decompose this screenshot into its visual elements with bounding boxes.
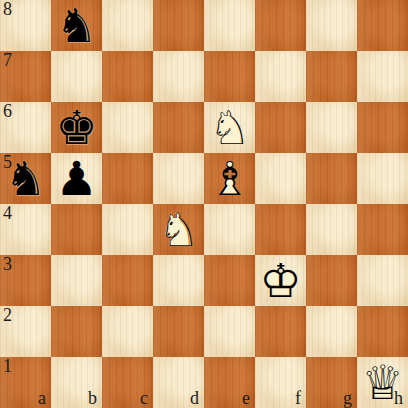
square-c1[interactable]: c xyxy=(102,357,153,408)
black-king-b6[interactable]: ♚ xyxy=(51,102,102,153)
white-bishop-e5[interactable]: ♝♗ xyxy=(204,153,255,204)
rank-label-7: 7 xyxy=(3,51,12,71)
square-g3[interactable] xyxy=(306,255,357,306)
square-h4[interactable] xyxy=(357,204,408,255)
black-pawn-b5[interactable]: ♟ xyxy=(51,153,102,204)
square-b5[interactable]: ♟ xyxy=(51,153,102,204)
square-a4[interactable]: 4 xyxy=(0,204,51,255)
square-f7[interactable] xyxy=(255,51,306,102)
file-label-f: f xyxy=(295,389,301,407)
rank-label-6: 6 xyxy=(3,102,12,122)
square-b6[interactable]: ♚ xyxy=(51,102,102,153)
square-e7[interactable] xyxy=(204,51,255,102)
file-label-g: g xyxy=(343,389,352,407)
square-d6[interactable] xyxy=(153,102,204,153)
file-label-h: h xyxy=(394,389,403,407)
square-d2[interactable] xyxy=(153,306,204,357)
square-h5[interactable] xyxy=(357,153,408,204)
rank-label-4: 4 xyxy=(3,204,12,224)
square-d1[interactable]: d xyxy=(153,357,204,408)
square-f8[interactable] xyxy=(255,0,306,51)
file-label-b: b xyxy=(88,389,97,407)
square-a8[interactable]: 8 xyxy=(0,0,51,51)
square-h1[interactable]: h♛♕ xyxy=(357,357,408,408)
rank-label-3: 3 xyxy=(3,255,12,275)
square-d5[interactable] xyxy=(153,153,204,204)
square-b2[interactable] xyxy=(51,306,102,357)
square-b1[interactable]: b xyxy=(51,357,102,408)
square-g2[interactable] xyxy=(306,306,357,357)
square-c6[interactable] xyxy=(102,102,153,153)
file-label-a: a xyxy=(38,389,46,407)
square-g7[interactable] xyxy=(306,51,357,102)
square-h2[interactable] xyxy=(357,306,408,357)
file-label-c: c xyxy=(140,389,148,407)
rank-label-8: 8 xyxy=(3,0,12,20)
square-g1[interactable]: g xyxy=(306,357,357,408)
white-knight-outline-icon: ♘ xyxy=(157,204,199,255)
square-c7[interactable] xyxy=(102,51,153,102)
square-e5[interactable]: ♝♗ xyxy=(204,153,255,204)
square-f4[interactable] xyxy=(255,204,306,255)
black-knight-b8[interactable]: ♞ xyxy=(51,0,102,51)
black-king-icon: ♚ xyxy=(55,102,97,153)
white-king-outline-icon: ♔ xyxy=(259,255,301,306)
black-pawn-icon: ♟ xyxy=(55,153,97,204)
square-h7[interactable] xyxy=(357,51,408,102)
square-e4[interactable] xyxy=(204,204,255,255)
square-b3[interactable] xyxy=(51,255,102,306)
square-d8[interactable] xyxy=(153,0,204,51)
square-a2[interactable]: 2 xyxy=(0,306,51,357)
chess-board: 8♞76♚♞♘5♞♟♝♗4♞♘3♚♔21abcdefgh♛♕ xyxy=(0,0,408,408)
white-bishop-outline-icon: ♗ xyxy=(208,153,250,204)
rank-label-5: 5 xyxy=(3,153,12,173)
square-f2[interactable] xyxy=(255,306,306,357)
white-knight-outline-icon: ♘ xyxy=(208,102,250,153)
black-knight-icon: ♞ xyxy=(55,0,97,51)
square-a5[interactable]: 5♞ xyxy=(0,153,51,204)
rank-label-2: 2 xyxy=(3,306,12,326)
square-e2[interactable] xyxy=(204,306,255,357)
square-b8[interactable]: ♞ xyxy=(51,0,102,51)
square-e6[interactable]: ♞♘ xyxy=(204,102,255,153)
square-c5[interactable] xyxy=(102,153,153,204)
square-d3[interactable] xyxy=(153,255,204,306)
square-e8[interactable] xyxy=(204,0,255,51)
square-f3[interactable]: ♚♔ xyxy=(255,255,306,306)
square-b4[interactable] xyxy=(51,204,102,255)
square-g5[interactable] xyxy=(306,153,357,204)
square-h8[interactable] xyxy=(357,0,408,51)
white-king-f3[interactable]: ♚♔ xyxy=(255,255,306,306)
square-e1[interactable]: e xyxy=(204,357,255,408)
file-label-e: e xyxy=(242,389,250,407)
white-knight-d4[interactable]: ♞♘ xyxy=(153,204,204,255)
square-g6[interactable] xyxy=(306,102,357,153)
square-b7[interactable] xyxy=(51,51,102,102)
square-c3[interactable] xyxy=(102,255,153,306)
square-c8[interactable] xyxy=(102,0,153,51)
square-a7[interactable]: 7 xyxy=(0,51,51,102)
square-c2[interactable] xyxy=(102,306,153,357)
square-e3[interactable] xyxy=(204,255,255,306)
rank-label-1: 1 xyxy=(3,357,12,377)
square-a3[interactable]: 3 xyxy=(0,255,51,306)
square-d7[interactable] xyxy=(153,51,204,102)
square-h6[interactable] xyxy=(357,102,408,153)
square-h3[interactable] xyxy=(357,255,408,306)
file-label-d: d xyxy=(190,389,199,407)
square-f6[interactable] xyxy=(255,102,306,153)
white-knight-e6[interactable]: ♞♘ xyxy=(204,102,255,153)
square-d4[interactable]: ♞♘ xyxy=(153,204,204,255)
square-c4[interactable] xyxy=(102,204,153,255)
square-f1[interactable]: f xyxy=(255,357,306,408)
square-g4[interactable] xyxy=(306,204,357,255)
square-g8[interactable] xyxy=(306,0,357,51)
square-f5[interactable] xyxy=(255,153,306,204)
square-a6[interactable]: 6 xyxy=(0,102,51,153)
square-a1[interactable]: 1a xyxy=(0,357,51,408)
